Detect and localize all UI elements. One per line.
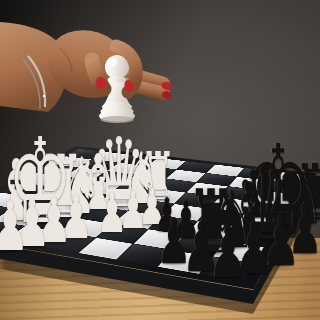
pieces-layer: ♜♞♛♝♞♜♜♝♚♞♟♝♟♟♟♚♟♟♛♝♟♟♞♟♜♟♟♟♟♟♟ [0,0,320,320]
black-pawn[interactable]: ♟ [208,217,248,288]
white-pawn[interactable]: ♟ [0,192,29,261]
chess-photo-scene: ♜♞♛♝♞♜♜♝♚♞♟♝♟♟♟♚♟♟♛♝♟♟♞♟♜♟♟♟♟♟♟ [0,0,320,320]
white-pawn[interactable]: ♟ [97,186,127,241]
